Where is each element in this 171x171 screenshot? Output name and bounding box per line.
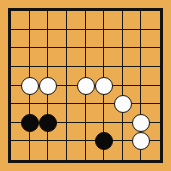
stone-white-h2[interactable] (132, 132, 150, 150)
stone-black-b3[interactable] (21, 114, 39, 132)
stone-white-f5[interactable] (95, 77, 113, 95)
stone-white-e5[interactable] (77, 77, 95, 95)
stones-layer (0, 0, 171, 171)
stone-white-g4[interactable] (114, 95, 132, 113)
stone-white-h3[interactable] (132, 114, 150, 132)
stone-white-b5[interactable] (21, 77, 39, 95)
stone-white-c5[interactable] (39, 77, 57, 95)
go-board (0, 0, 171, 171)
stone-black-f2[interactable] (95, 132, 113, 150)
go-board-screenshot (0, 0, 171, 171)
stone-black-c3[interactable] (39, 114, 57, 132)
